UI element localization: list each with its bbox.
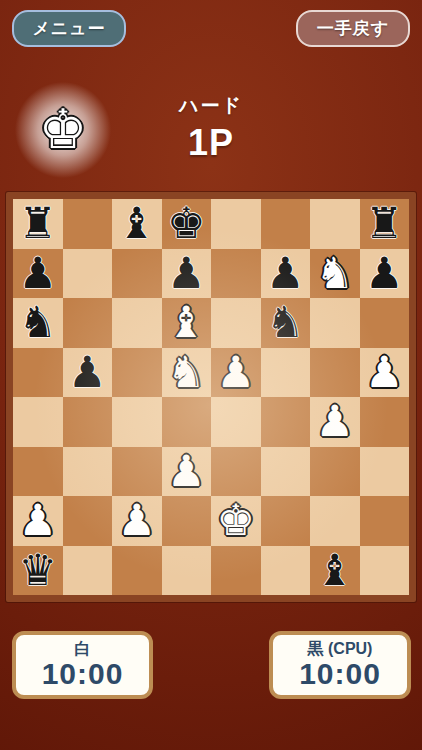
square-b6[interactable]: [63, 298, 113, 348]
square-e4[interactable]: [211, 397, 261, 447]
square-f4[interactable]: [261, 397, 311, 447]
square-a4[interactable]: [13, 397, 63, 447]
square-d3[interactable]: ♟: [162, 447, 212, 497]
square-f1[interactable]: [261, 546, 311, 596]
square-d7[interactable]: ♟: [162, 249, 212, 299]
square-d5[interactable]: ♞: [162, 348, 212, 398]
square-d8[interactable]: ♚: [162, 199, 212, 249]
piece-black-knight[interactable]: ♞: [18, 301, 57, 344]
square-e2[interactable]: ♚: [211, 496, 261, 546]
square-e3[interactable]: [211, 447, 261, 497]
square-g4[interactable]: ♟: [310, 397, 360, 447]
square-h6[interactable]: [360, 298, 410, 348]
square-c3[interactable]: [112, 447, 162, 497]
square-c5[interactable]: [112, 348, 162, 398]
square-a5[interactable]: [13, 348, 63, 398]
piece-black-rook[interactable]: ♜: [365, 202, 404, 245]
piece-black-rook[interactable]: ♜: [18, 202, 57, 245]
square-a7[interactable]: ♟: [13, 249, 63, 299]
square-b8[interactable]: [63, 199, 113, 249]
square-b3[interactable]: [63, 447, 113, 497]
square-g7[interactable]: ♞: [310, 249, 360, 299]
square-f3[interactable]: [261, 447, 311, 497]
square-a8[interactable]: ♜: [13, 199, 63, 249]
undo-move-button-label: 一手戻す: [317, 17, 389, 40]
white-clock-label: 白: [75, 640, 91, 658]
square-h3[interactable]: [360, 447, 410, 497]
square-d4[interactable]: [162, 397, 212, 447]
square-h7[interactable]: ♟: [360, 249, 410, 299]
square-a1[interactable]: ♛: [13, 546, 63, 596]
white-clock-panel: 白 10:00: [12, 631, 153, 699]
piece-black-pawn[interactable]: ♟: [68, 351, 107, 394]
square-c1[interactable]: [112, 546, 162, 596]
square-b4[interactable]: [63, 397, 113, 447]
square-h8[interactable]: ♜: [360, 199, 410, 249]
square-e1[interactable]: [211, 546, 261, 596]
undo-move-button[interactable]: 一手戻す: [296, 10, 410, 47]
square-g6[interactable]: [310, 298, 360, 348]
square-f7[interactable]: ♟: [261, 249, 311, 299]
square-g8[interactable]: [310, 199, 360, 249]
black-clock-label: 黒 (CPU): [308, 640, 373, 658]
square-c7[interactable]: [112, 249, 162, 299]
square-d6[interactable]: ♝: [162, 298, 212, 348]
menu-button-label: メニュー: [32, 17, 105, 40]
piece-black-bishop[interactable]: ♝: [117, 202, 156, 245]
black-clock-panel: 黒 (CPU) 10:00: [269, 631, 411, 699]
square-e5[interactable]: ♟: [211, 348, 261, 398]
square-h4[interactable]: [360, 397, 410, 447]
square-b7[interactable]: [63, 249, 113, 299]
piece-black-knight[interactable]: ♞: [266, 301, 305, 344]
square-f5[interactable]: [261, 348, 311, 398]
square-f2[interactable]: [261, 496, 311, 546]
white-clock-time: 10:00: [42, 658, 124, 690]
black-clock-time: 10:00: [299, 658, 381, 690]
square-c4[interactable]: [112, 397, 162, 447]
square-f8[interactable]: [261, 199, 311, 249]
square-f6[interactable]: ♞: [261, 298, 311, 348]
square-g1[interactable]: ♝: [310, 546, 360, 596]
square-h5[interactable]: ♟: [360, 348, 410, 398]
app-background: メニュー 一手戻す ♚ ハード 1P ♜♝♚♜♟♟♟♞♟♞♝♞♟♞♟♟♟♟♟♟♚…: [0, 0, 422, 750]
piece-white-bishop[interactable]: ♝: [167, 301, 206, 344]
piece-white-pawn[interactable]: ♟: [365, 351, 404, 394]
square-e6[interactable]: [211, 298, 261, 348]
square-a6[interactable]: ♞: [13, 298, 63, 348]
square-b1[interactable]: [63, 546, 113, 596]
piece-white-pawn[interactable]: ♟: [117, 499, 156, 542]
square-a3[interactable]: [13, 447, 63, 497]
difficulty-label: ハード: [0, 93, 422, 119]
piece-white-knight[interactable]: ♞: [315, 252, 354, 295]
square-g3[interactable]: [310, 447, 360, 497]
piece-white-pawn[interactable]: ♟: [18, 499, 57, 542]
chess-board: ♜♝♚♜♟♟♟♞♟♞♝♞♟♞♟♟♟♟♟♟♚♛♝: [13, 199, 409, 595]
square-d1[interactable]: [162, 546, 212, 596]
square-c6[interactable]: [112, 298, 162, 348]
square-c8[interactable]: ♝: [112, 199, 162, 249]
square-b5[interactable]: ♟: [63, 348, 113, 398]
square-e8[interactable]: [211, 199, 261, 249]
square-d2[interactable]: [162, 496, 212, 546]
square-a2[interactable]: ♟: [13, 496, 63, 546]
piece-black-pawn[interactable]: ♟: [167, 252, 206, 295]
menu-button[interactable]: メニュー: [12, 10, 126, 47]
piece-white-knight[interactable]: ♞: [167, 351, 206, 394]
piece-black-queen[interactable]: ♛: [18, 549, 57, 592]
player-turn-label: 1P: [0, 122, 422, 164]
piece-black-pawn[interactable]: ♟: [365, 252, 404, 295]
square-h1[interactable]: [360, 546, 410, 596]
piece-black-pawn[interactable]: ♟: [18, 252, 57, 295]
square-c2[interactable]: ♟: [112, 496, 162, 546]
square-h2[interactable]: [360, 496, 410, 546]
square-g5[interactable]: [310, 348, 360, 398]
square-g2[interactable]: [310, 496, 360, 546]
square-e7[interactable]: [211, 249, 261, 299]
piece-white-king[interactable]: ♚: [216, 499, 255, 542]
piece-black-pawn[interactable]: ♟: [266, 252, 305, 295]
piece-white-pawn[interactable]: ♟: [216, 351, 255, 394]
piece-black-bishop[interactable]: ♝: [315, 549, 354, 592]
piece-black-king[interactable]: ♚: [167, 202, 206, 245]
piece-white-pawn[interactable]: ♟: [315, 400, 354, 443]
board-frame: ♜♝♚♜♟♟♟♞♟♞♝♞♟♞♟♟♟♟♟♟♚♛♝: [6, 192, 416, 602]
piece-white-pawn[interactable]: ♟: [167, 450, 206, 493]
square-b2[interactable]: [63, 496, 113, 546]
